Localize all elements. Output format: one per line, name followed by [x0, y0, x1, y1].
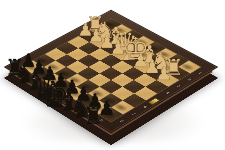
- black-rook[interactable]: ♜: [83, 104, 104, 127]
- chess-set-photo: ♜♞♝♛♚♝♞♜♟♟♟♟♟♟♟♟♟♟♟♟♟♟♟♟♜♞♝♛♚♝♞♜ abcdefg…: [0, 0, 225, 150]
- piece-anchor: ♜: [181, 65, 193, 71]
- square-h1[interactable]: ♜: [178, 61, 200, 74]
- white-pawn[interactable]: ♟: [156, 64, 173, 83]
